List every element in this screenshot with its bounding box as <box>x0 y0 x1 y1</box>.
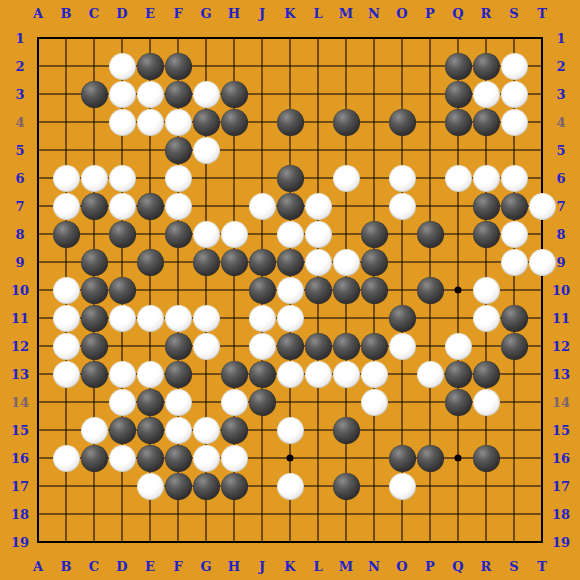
white-stone-G11: ○ <box>193 305 220 332</box>
col-label-bottom-M: M <box>339 560 353 573</box>
black-stone-Q14: ● <box>445 389 472 416</box>
black-stone-R4: ● <box>473 109 500 136</box>
row-label-right-8: 8 <box>556 228 565 241</box>
row-label-left-6: 6 <box>15 172 24 185</box>
white-stone-S8: ○ <box>501 221 528 248</box>
black-stone-E15: ● <box>137 417 164 444</box>
row-label-right-14: 14 <box>552 396 570 409</box>
black-stone-D8: ● <box>109 221 136 248</box>
row-label-right-5: 5 <box>556 144 565 157</box>
col-label-bottom-O: O <box>396 560 407 573</box>
white-stone-F14: ○ <box>165 389 192 416</box>
black-stone-H15: ● <box>221 417 248 444</box>
white-stone-C15: ○ <box>81 417 108 444</box>
black-stone-R7: ● <box>473 193 500 220</box>
black-stone-E14: ● <box>137 389 164 416</box>
black-stone-C10: ● <box>81 277 108 304</box>
white-stone-E13: ○ <box>137 361 164 388</box>
black-stone-H17: ● <box>221 473 248 500</box>
col-label-top-M: M <box>339 7 353 20</box>
row-label-right-6: 6 <box>556 172 565 185</box>
black-stone-S7: ● <box>501 193 528 220</box>
black-stone-Q3: ● <box>445 81 472 108</box>
black-stone-M15: ● <box>333 417 360 444</box>
white-stone-H14: ○ <box>221 389 248 416</box>
col-label-bottom-K: K <box>284 560 295 573</box>
black-stone-C13: ● <box>81 361 108 388</box>
black-stone-N12: ● <box>361 333 388 360</box>
white-stone-F6: ○ <box>165 165 192 192</box>
black-stone-E2: ● <box>137 53 164 80</box>
white-stone-K15: ○ <box>277 417 304 444</box>
col-label-top-T: T <box>537 7 547 20</box>
black-stone-P8: ● <box>417 221 444 248</box>
black-stone-F2: ● <box>165 53 192 80</box>
white-stone-E11: ○ <box>137 305 164 332</box>
col-label-bottom-T: T <box>537 560 547 573</box>
black-stone-F12: ● <box>165 333 192 360</box>
row-label-left-10: 10 <box>11 284 29 297</box>
star-point-Q10 <box>455 287 462 294</box>
white-stone-Q6: ○ <box>445 165 472 192</box>
black-stone-H13: ● <box>221 361 248 388</box>
black-stone-K4: ● <box>277 109 304 136</box>
row-label-right-7: 7 <box>556 200 565 213</box>
black-stone-O4: ● <box>389 109 416 136</box>
black-stone-G9: ● <box>193 249 220 276</box>
row-label-left-17: 17 <box>11 480 29 493</box>
row-label-right-17: 17 <box>552 480 570 493</box>
white-stone-G3: ○ <box>193 81 220 108</box>
row-label-left-19: 19 <box>11 536 29 549</box>
white-stone-H16: ○ <box>221 445 248 472</box>
white-stone-Q12: ○ <box>445 333 472 360</box>
white-stone-D4: ○ <box>109 109 136 136</box>
star-point-Q16 <box>455 455 462 462</box>
black-stone-F8: ● <box>165 221 192 248</box>
white-stone-K13: ○ <box>277 361 304 388</box>
white-stone-O17: ○ <box>389 473 416 500</box>
row-label-right-18: 18 <box>552 508 570 521</box>
col-label-bottom-P: P <box>425 560 435 573</box>
row-label-right-9: 9 <box>556 256 565 269</box>
white-stone-E4: ○ <box>137 109 164 136</box>
col-label-top-C: C <box>89 7 99 20</box>
black-stone-G4: ● <box>193 109 220 136</box>
white-stone-O6: ○ <box>389 165 416 192</box>
row-label-right-4: 4 <box>556 116 565 129</box>
col-label-top-L: L <box>313 7 322 20</box>
col-label-top-P: P <box>425 7 435 20</box>
black-stone-M4: ● <box>333 109 360 136</box>
white-stone-G8: ○ <box>193 221 220 248</box>
col-label-bottom-L: L <box>313 560 322 573</box>
black-stone-N10: ● <box>361 277 388 304</box>
white-stone-J12: ○ <box>249 333 276 360</box>
col-label-top-N: N <box>368 7 380 20</box>
white-stone-D13: ○ <box>109 361 136 388</box>
col-label-top-G: G <box>200 7 211 20</box>
white-stone-F11: ○ <box>165 305 192 332</box>
black-stone-L12: ● <box>305 333 332 360</box>
black-stone-P10: ● <box>417 277 444 304</box>
white-stone-F4: ○ <box>165 109 192 136</box>
row-label-left-15: 15 <box>11 424 29 437</box>
white-stone-L9: ○ <box>305 249 332 276</box>
black-stone-M17: ● <box>333 473 360 500</box>
row-label-left-1: 1 <box>15 32 24 45</box>
black-stone-Q2: ● <box>445 53 472 80</box>
col-label-bottom-J: J <box>259 560 265 573</box>
white-stone-L7: ○ <box>305 193 332 220</box>
white-stone-H8: ○ <box>221 221 248 248</box>
col-label-bottom-Q: Q <box>452 560 463 573</box>
black-stone-J10: ● <box>249 277 276 304</box>
white-stone-D16: ○ <box>109 445 136 472</box>
black-stone-K9: ● <box>277 249 304 276</box>
white-stone-L8: ○ <box>305 221 332 248</box>
row-label-left-11: 11 <box>11 312 29 325</box>
black-stone-J9: ● <box>249 249 276 276</box>
row-label-right-1: 1 <box>556 32 565 45</box>
black-stone-S12: ● <box>501 333 528 360</box>
row-label-left-8: 8 <box>15 228 24 241</box>
black-stone-Q4: ● <box>445 109 472 136</box>
white-stone-O7: ○ <box>389 193 416 220</box>
col-label-bottom-G: G <box>200 560 211 573</box>
row-label-right-3: 3 <box>556 88 565 101</box>
black-stone-N8: ● <box>361 221 388 248</box>
white-stone-D7: ○ <box>109 193 136 220</box>
black-stone-C11: ● <box>81 305 108 332</box>
col-label-bottom-H: H <box>228 560 240 573</box>
row-label-right-11: 11 <box>552 312 570 325</box>
col-label-top-H: H <box>228 7 240 20</box>
col-label-top-Q: Q <box>452 7 463 20</box>
black-stone-S11: ● <box>501 305 528 332</box>
white-stone-D14: ○ <box>109 389 136 416</box>
black-stone-O11: ● <box>389 305 416 332</box>
row-label-left-4: 4 <box>15 116 24 129</box>
col-label-bottom-C: C <box>89 560 99 573</box>
col-label-top-J: J <box>259 7 265 20</box>
white-stone-B10: ○ <box>53 277 80 304</box>
white-stone-B16: ○ <box>53 445 80 472</box>
white-stone-B11: ○ <box>53 305 80 332</box>
row-label-left-18: 18 <box>11 508 29 521</box>
white-stone-K8: ○ <box>277 221 304 248</box>
black-stone-N9: ● <box>361 249 388 276</box>
white-stone-K17: ○ <box>277 473 304 500</box>
white-stone-K11: ○ <box>277 305 304 332</box>
white-stone-E17: ○ <box>137 473 164 500</box>
white-stone-M13: ○ <box>333 361 360 388</box>
black-stone-R2: ● <box>473 53 500 80</box>
col-label-top-R: R <box>481 7 492 20</box>
row-label-right-13: 13 <box>552 368 570 381</box>
white-stone-R10: ○ <box>473 277 500 304</box>
white-stone-B13: ○ <box>53 361 80 388</box>
col-label-top-S: S <box>509 7 518 20</box>
black-stone-C9: ● <box>81 249 108 276</box>
black-stone-E9: ● <box>137 249 164 276</box>
row-label-right-16: 16 <box>552 452 570 465</box>
col-label-top-A: A <box>33 7 43 20</box>
row-label-left-5: 5 <box>15 144 24 157</box>
white-stone-J11: ○ <box>249 305 276 332</box>
black-stone-R16: ● <box>473 445 500 472</box>
white-stone-F7: ○ <box>165 193 192 220</box>
white-stone-N13: ○ <box>361 361 388 388</box>
white-stone-S2: ○ <box>501 53 528 80</box>
black-stone-L10: ● <box>305 277 332 304</box>
white-stone-L13: ○ <box>305 361 332 388</box>
black-stone-J13: ● <box>249 361 276 388</box>
black-stone-O16: ● <box>389 445 416 472</box>
black-stone-H3: ● <box>221 81 248 108</box>
row-label-left-9: 9 <box>15 256 24 269</box>
white-stone-G5: ○ <box>193 137 220 164</box>
col-label-bottom-E: E <box>145 560 155 573</box>
col-label-bottom-N: N <box>368 560 380 573</box>
black-stone-R8: ● <box>473 221 500 248</box>
black-stone-B8: ● <box>53 221 80 248</box>
col-label-top-F: F <box>173 7 182 20</box>
col-label-top-K: K <box>284 7 295 20</box>
white-stone-M9: ○ <box>333 249 360 276</box>
black-stone-C12: ● <box>81 333 108 360</box>
black-stone-Q13: ● <box>445 361 472 388</box>
row-label-right-12: 12 <box>552 340 570 353</box>
black-stone-F3: ● <box>165 81 192 108</box>
black-stone-F13: ● <box>165 361 192 388</box>
white-stone-R14: ○ <box>473 389 500 416</box>
black-stone-F16: ● <box>165 445 192 472</box>
white-stone-N14: ○ <box>361 389 388 416</box>
col-label-top-O: O <box>396 7 407 20</box>
white-stone-S9: ○ <box>501 249 528 276</box>
black-stone-M12: ● <box>333 333 360 360</box>
row-label-left-2: 2 <box>15 60 24 73</box>
white-stone-R3: ○ <box>473 81 500 108</box>
white-stone-B6: ○ <box>53 165 80 192</box>
white-stone-R11: ○ <box>473 305 500 332</box>
white-stone-E3: ○ <box>137 81 164 108</box>
row-label-left-12: 12 <box>11 340 29 353</box>
row-label-left-16: 16 <box>11 452 29 465</box>
white-stone-R6: ○ <box>473 165 500 192</box>
row-label-right-10: 10 <box>552 284 570 297</box>
col-label-top-D: D <box>116 7 127 20</box>
black-stone-K6: ● <box>277 165 304 192</box>
black-stone-M10: ● <box>333 277 360 304</box>
black-stone-G17: ● <box>193 473 220 500</box>
black-stone-D10: ● <box>109 277 136 304</box>
black-stone-E7: ● <box>137 193 164 220</box>
white-stone-D2: ○ <box>109 53 136 80</box>
go-board[interactable]: ABCDEFGHJKLMNOPQRST ABCDEFGHJKLMNOPQRST … <box>0 0 580 580</box>
white-stone-G12: ○ <box>193 333 220 360</box>
black-stone-F17: ● <box>165 473 192 500</box>
black-stone-P16: ● <box>417 445 444 472</box>
row-label-right-19: 19 <box>552 536 570 549</box>
col-label-bottom-S: S <box>509 560 518 573</box>
black-stone-F5: ● <box>165 137 192 164</box>
white-stone-B12: ○ <box>53 333 80 360</box>
white-stone-G16: ○ <box>193 445 220 472</box>
black-stone-J14: ● <box>249 389 276 416</box>
black-stone-C7: ● <box>81 193 108 220</box>
col-label-bottom-F: F <box>173 560 182 573</box>
black-stone-C16: ● <box>81 445 108 472</box>
row-label-left-7: 7 <box>15 200 24 213</box>
white-stone-G15: ○ <box>193 417 220 444</box>
white-stone-D3: ○ <box>109 81 136 108</box>
black-stone-H9: ● <box>221 249 248 276</box>
white-stone-D6: ○ <box>109 165 136 192</box>
white-stone-S3: ○ <box>501 81 528 108</box>
black-stone-E16: ● <box>137 445 164 472</box>
col-label-top-E: E <box>145 7 155 20</box>
row-label-left-13: 13 <box>11 368 29 381</box>
row-label-right-15: 15 <box>552 424 570 437</box>
black-stone-H4: ● <box>221 109 248 136</box>
col-label-bottom-D: D <box>116 560 127 573</box>
white-stone-O12: ○ <box>389 333 416 360</box>
white-stone-K10: ○ <box>277 277 304 304</box>
black-stone-K7: ● <box>277 193 304 220</box>
white-stone-T9: ○ <box>529 249 556 276</box>
white-stone-D11: ○ <box>109 305 136 332</box>
white-stone-P13: ○ <box>417 361 444 388</box>
row-label-left-14: 14 <box>11 396 29 409</box>
white-stone-S6: ○ <box>501 165 528 192</box>
row-label-right-2: 2 <box>556 60 565 73</box>
black-stone-C3: ● <box>81 81 108 108</box>
col-label-bottom-R: R <box>481 560 492 573</box>
black-stone-R13: ● <box>473 361 500 388</box>
white-stone-S4: ○ <box>501 109 528 136</box>
white-stone-B7: ○ <box>53 193 80 220</box>
star-point-K16 <box>287 455 294 462</box>
white-stone-M6: ○ <box>333 165 360 192</box>
white-stone-T7: ○ <box>529 193 556 220</box>
col-label-bottom-A: A <box>33 560 43 573</box>
white-stone-J7: ○ <box>249 193 276 220</box>
black-stone-D15: ● <box>109 417 136 444</box>
col-label-bottom-B: B <box>61 560 72 573</box>
black-stone-K12: ● <box>277 333 304 360</box>
col-label-top-B: B <box>61 7 72 20</box>
row-label-left-3: 3 <box>15 88 24 101</box>
white-stone-F15: ○ <box>165 417 192 444</box>
white-stone-C6: ○ <box>81 165 108 192</box>
